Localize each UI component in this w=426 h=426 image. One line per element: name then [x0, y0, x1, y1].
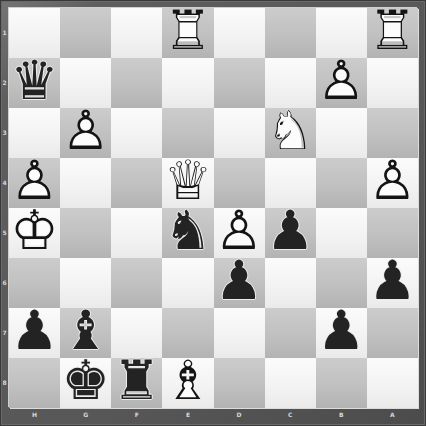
piece-outline: ♘	[266, 106, 314, 156]
black-pawn-b7[interactable]: ♟	[316, 306, 367, 356]
square-h1[interactable]	[9, 8, 60, 58]
piece-outline: ♔	[10, 206, 58, 256]
square-f8[interactable]: ♜	[111, 358, 162, 408]
square-b6[interactable]	[316, 258, 367, 308]
square-c2[interactable]	[265, 58, 316, 108]
board-frame: ♜♖♜♖♛♟♙♟♙♞♘♟♙♛♕♟♙♚♔♞♟♙♟♟♟♟♝♟♚♜♝♗ 1234567…	[0, 0, 426, 426]
piece-fill: ♚	[10, 206, 58, 256]
square-b3[interactable]	[316, 108, 367, 158]
rank-label-7: 7	[2, 330, 6, 336]
square-d1[interactable]	[214, 8, 265, 58]
rank-label-4: 4	[2, 180, 6, 186]
square-h5[interactable]: ♚♔	[9, 208, 60, 258]
square-h3[interactable]	[9, 108, 60, 158]
piece-fill: ♛	[164, 156, 212, 206]
white-knight-c3[interactable]: ♞♘	[265, 106, 316, 156]
square-h4[interactable]: ♟♙	[9, 158, 60, 208]
square-b8[interactable]	[316, 358, 367, 408]
square-c7[interactable]	[265, 308, 316, 358]
piece-fill: ♟	[368, 156, 416, 206]
square-c8[interactable]	[265, 358, 316, 408]
square-c4[interactable]	[265, 158, 316, 208]
piece-outline: ♙	[368, 156, 416, 206]
black-pawn-d6[interactable]: ♟	[214, 256, 265, 306]
rank-label-5: 5	[2, 230, 6, 236]
file-label-G: G	[83, 412, 88, 418]
square-f4[interactable]	[111, 158, 162, 208]
square-g7[interactable]: ♝	[60, 308, 111, 358]
file-label-A: A	[390, 412, 395, 418]
square-a7[interactable]	[367, 308, 418, 358]
square-g2[interactable]	[60, 58, 111, 108]
black-bishop-g7[interactable]: ♝	[60, 306, 111, 356]
piece-outline: ♗	[164, 356, 212, 406]
rank-label-6: 6	[2, 280, 6, 286]
piece-outline: ♙	[215, 206, 263, 256]
white-rook-e1[interactable]: ♜♖	[162, 6, 213, 56]
piece-fill: ♟	[368, 256, 416, 306]
square-d6[interactable]: ♟	[214, 258, 265, 308]
piece-fill: ♟	[317, 56, 365, 106]
square-h8[interactable]	[9, 358, 60, 408]
square-a1[interactable]: ♜♖	[367, 8, 418, 58]
piece-fill: ♟	[10, 156, 58, 206]
black-rook-f8[interactable]: ♜	[111, 356, 162, 406]
rank-label-1: 1	[2, 30, 6, 36]
white-pawn-h4[interactable]: ♟♙	[9, 156, 60, 206]
square-c1[interactable]	[265, 8, 316, 58]
square-b4[interactable]	[316, 158, 367, 208]
piece-fill: ♟	[215, 206, 263, 256]
square-b1[interactable]	[316, 8, 367, 58]
square-f7[interactable]	[111, 308, 162, 358]
square-d8[interactable]	[214, 358, 265, 408]
square-e8[interactable]: ♝♗	[162, 358, 213, 408]
piece-fill: ♛	[10, 56, 58, 106]
piece-fill: ♜	[368, 6, 416, 56]
square-g4[interactable]	[60, 158, 111, 208]
square-a5[interactable]	[367, 208, 418, 258]
square-d7[interactable]	[214, 308, 265, 358]
piece-fill: ♟	[266, 206, 314, 256]
square-h7[interactable]: ♟	[9, 308, 60, 358]
square-c3[interactable]: ♞♘	[265, 108, 316, 158]
white-king-h5[interactable]: ♚♔	[9, 206, 60, 256]
square-h6[interactable]	[9, 258, 60, 308]
square-f6[interactable]	[111, 258, 162, 308]
square-c5[interactable]: ♟	[265, 208, 316, 258]
piece-fill: ♚	[61, 356, 109, 406]
file-label-D: D	[237, 412, 242, 418]
square-g6[interactable]	[60, 258, 111, 308]
white-pawn-g3[interactable]: ♟♙	[60, 106, 111, 156]
piece-outline: ♙	[61, 106, 109, 156]
square-e4[interactable]: ♛♕	[162, 158, 213, 208]
square-e7[interactable]	[162, 308, 213, 358]
piece-fill: ♝	[164, 356, 212, 406]
white-rook-a1[interactable]: ♜♖	[367, 6, 418, 56]
file-label-E: E	[186, 412, 190, 418]
black-knight-e5[interactable]: ♞	[162, 206, 213, 256]
square-b7[interactable]: ♟	[316, 308, 367, 358]
piece-fill: ♜	[164, 6, 212, 56]
file-label-H: H	[32, 412, 37, 418]
file-label-C: C	[288, 412, 292, 418]
square-g5[interactable]	[60, 208, 111, 258]
white-pawn-b2[interactable]: ♟♙	[316, 56, 367, 106]
square-e1[interactable]: ♜♖	[162, 8, 213, 58]
piece-fill: ♝	[61, 306, 109, 356]
square-d4[interactable]	[214, 158, 265, 208]
piece-fill: ♟	[10, 306, 58, 356]
piece-fill: ♞	[164, 206, 212, 256]
piece-outline: ♙	[10, 156, 58, 206]
piece-outline: ♖	[368, 6, 416, 56]
square-a2[interactable]	[367, 58, 418, 108]
square-b5[interactable]	[316, 208, 367, 258]
square-d3[interactable]	[214, 108, 265, 158]
square-a8[interactable]	[367, 358, 418, 408]
white-pawn-d5[interactable]: ♟♙	[214, 206, 265, 256]
file-label-B: B	[339, 412, 344, 418]
square-e6[interactable]	[162, 258, 213, 308]
square-a6[interactable]: ♟	[367, 258, 418, 308]
piece-fill: ♟	[317, 306, 365, 356]
square-f3[interactable]	[111, 108, 162, 158]
piece-fill: ♞	[266, 106, 314, 156]
square-d2[interactable]	[214, 58, 265, 108]
rank-label-3: 3	[2, 130, 6, 136]
square-a3[interactable]	[367, 108, 418, 158]
rank-label-2: 2	[2, 80, 6, 86]
square-e5[interactable]: ♞	[162, 208, 213, 258]
square-c6[interactable]	[265, 258, 316, 308]
piece-outline: ♖	[164, 6, 212, 56]
black-king-g8[interactable]: ♚	[60, 356, 111, 406]
square-e3[interactable]	[162, 108, 213, 158]
square-e2[interactable]	[162, 58, 213, 108]
piece-fill: ♟	[215, 256, 263, 306]
file-label-F: F	[135, 412, 139, 418]
black-pawn-a6[interactable]: ♟	[367, 256, 418, 306]
square-f5[interactable]	[111, 208, 162, 258]
black-pawn-h7[interactable]: ♟	[9, 306, 60, 356]
piece-outline: ♙	[317, 56, 365, 106]
chess-board: ♜♖♜♖♛♟♙♟♙♞♘♟♙♛♕♟♙♚♔♞♟♙♟♟♟♟♝♟♚♜♝♗	[9, 8, 418, 408]
square-g3[interactable]: ♟♙	[60, 108, 111, 158]
piece-fill: ♜	[113, 356, 161, 406]
square-h2[interactable]: ♛	[9, 58, 60, 108]
square-f2[interactable]	[111, 58, 162, 108]
white-queen-e4[interactable]: ♛♕	[162, 156, 213, 206]
black-queen-h2[interactable]: ♛	[9, 56, 60, 106]
square-d5[interactable]: ♟♙	[214, 208, 265, 258]
square-a4[interactable]: ♟♙	[367, 158, 418, 208]
piece-outline: ♕	[164, 156, 212, 206]
square-g1[interactable]	[60, 8, 111, 58]
white-bishop-e8[interactable]: ♝♗	[162, 356, 213, 406]
white-pawn-a4[interactable]: ♟♙	[367, 156, 418, 206]
rank-label-8: 8	[2, 380, 6, 386]
square-g8[interactable]: ♚	[60, 358, 111, 408]
black-pawn-c5[interactable]: ♟	[265, 206, 316, 256]
square-b2[interactable]: ♟♙	[316, 58, 367, 108]
square-f1[interactable]	[111, 8, 162, 58]
piece-fill: ♟	[61, 106, 109, 156]
